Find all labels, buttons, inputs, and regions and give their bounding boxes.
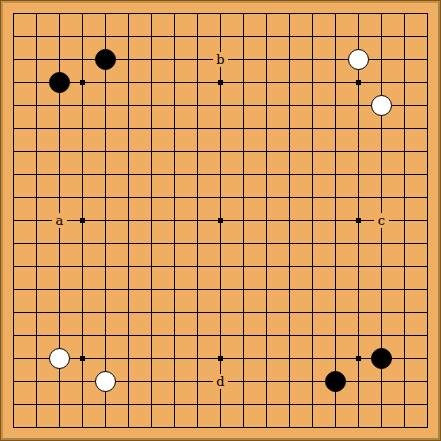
point-G13[interactable] — [140, 140, 163, 163]
point-L4[interactable] — [232, 347, 255, 370]
white-stone[interactable] — [95, 371, 116, 392]
point-L2[interactable] — [232, 393, 255, 416]
point-P2[interactable] — [324, 393, 347, 416]
point-G4[interactable] — [140, 347, 163, 370]
point-C6[interactable] — [48, 301, 71, 324]
point-Q8[interactable] — [347, 255, 370, 278]
point-F3[interactable] — [117, 370, 140, 393]
point-C13[interactable] — [48, 140, 71, 163]
point-H6[interactable] — [163, 301, 186, 324]
point-D19[interactable] — [71, 2, 94, 25]
point-O11[interactable] — [301, 186, 324, 209]
point-H5[interactable] — [163, 324, 186, 347]
point-M9[interactable] — [255, 232, 278, 255]
point-S11[interactable] — [393, 186, 416, 209]
point-G19[interactable] — [140, 2, 163, 25]
point-D15[interactable] — [71, 94, 94, 117]
point-B2[interactable] — [25, 393, 48, 416]
point-J12[interactable] — [186, 163, 209, 186]
point-T6[interactable] — [416, 301, 439, 324]
point-B7[interactable] — [25, 278, 48, 301]
point-B12[interactable] — [25, 163, 48, 186]
point-N9[interactable] — [278, 232, 301, 255]
point-D8[interactable] — [71, 255, 94, 278]
point-O6[interactable] — [301, 301, 324, 324]
point-G8[interactable] — [140, 255, 163, 278]
point-B5[interactable] — [25, 324, 48, 347]
point-A2[interactable] — [2, 393, 25, 416]
point-G5[interactable] — [140, 324, 163, 347]
point-E10[interactable] — [94, 209, 117, 232]
point-J8[interactable] — [186, 255, 209, 278]
point-A8[interactable] — [2, 255, 25, 278]
point-F15[interactable] — [117, 94, 140, 117]
point-C14[interactable] — [48, 117, 71, 140]
point-R11[interactable] — [370, 186, 393, 209]
point-H7[interactable] — [163, 278, 186, 301]
point-T1[interactable] — [416, 416, 439, 439]
point-G18[interactable] — [140, 25, 163, 48]
point-J19[interactable] — [186, 2, 209, 25]
point-K18[interactable] — [209, 25, 232, 48]
point-C1[interactable] — [48, 416, 71, 439]
point-D12[interactable] — [71, 163, 94, 186]
point-R4[interactable] — [370, 347, 393, 370]
point-F4[interactable] — [117, 347, 140, 370]
point-A9[interactable] — [2, 232, 25, 255]
point-H8[interactable] — [163, 255, 186, 278]
point-K12[interactable] — [209, 163, 232, 186]
point-M18[interactable] — [255, 25, 278, 48]
point-R17[interactable] — [370, 48, 393, 71]
point-J3[interactable] — [186, 370, 209, 393]
point-S18[interactable] — [393, 25, 416, 48]
point-T13[interactable] — [416, 140, 439, 163]
point-B16[interactable] — [25, 71, 48, 94]
point-Q6[interactable] — [347, 301, 370, 324]
point-Q9[interactable] — [347, 232, 370, 255]
point-Q10[interactable] — [347, 209, 370, 232]
point-J1[interactable] — [186, 416, 209, 439]
point-M6[interactable] — [255, 301, 278, 324]
point-H1[interactable] — [163, 416, 186, 439]
point-P15[interactable] — [324, 94, 347, 117]
point-O2[interactable] — [301, 393, 324, 416]
point-L8[interactable] — [232, 255, 255, 278]
point-C4[interactable] — [48, 347, 71, 370]
point-M16[interactable] — [255, 71, 278, 94]
point-J10[interactable] — [186, 209, 209, 232]
point-L5[interactable] — [232, 324, 255, 347]
point-S19[interactable] — [393, 2, 416, 25]
point-S3[interactable] — [393, 370, 416, 393]
point-Q12[interactable] — [347, 163, 370, 186]
point-Q15[interactable] — [347, 94, 370, 117]
point-N3[interactable] — [278, 370, 301, 393]
point-M5[interactable] — [255, 324, 278, 347]
point-R2[interactable] — [370, 393, 393, 416]
point-L1[interactable] — [232, 416, 255, 439]
point-O3[interactable] — [301, 370, 324, 393]
point-E19[interactable] — [94, 2, 117, 25]
point-F1[interactable] — [117, 416, 140, 439]
point-P3[interactable] — [324, 370, 347, 393]
point-S12[interactable] — [393, 163, 416, 186]
black-stone[interactable] — [325, 371, 346, 392]
point-R14[interactable] — [370, 117, 393, 140]
point-S15[interactable] — [393, 94, 416, 117]
point-K10[interactable] — [209, 209, 232, 232]
point-L3[interactable] — [232, 370, 255, 393]
point-J6[interactable] — [186, 301, 209, 324]
point-F18[interactable] — [117, 25, 140, 48]
point-H12[interactable] — [163, 163, 186, 186]
white-stone[interactable] — [371, 95, 392, 116]
point-M8[interactable] — [255, 255, 278, 278]
point-A11[interactable] — [2, 186, 25, 209]
point-A15[interactable] — [2, 94, 25, 117]
point-M4[interactable] — [255, 347, 278, 370]
point-O18[interactable] — [301, 25, 324, 48]
point-G14[interactable] — [140, 117, 163, 140]
point-H17[interactable] — [163, 48, 186, 71]
point-D9[interactable] — [71, 232, 94, 255]
point-P17[interactable] — [324, 48, 347, 71]
point-T15[interactable] — [416, 94, 439, 117]
point-S8[interactable] — [393, 255, 416, 278]
point-O15[interactable] — [301, 94, 324, 117]
point-G9[interactable] — [140, 232, 163, 255]
point-G15[interactable] — [140, 94, 163, 117]
point-N19[interactable] — [278, 2, 301, 25]
point-T3[interactable] — [416, 370, 439, 393]
point-T19[interactable] — [416, 2, 439, 25]
point-J18[interactable] — [186, 25, 209, 48]
point-C15[interactable] — [48, 94, 71, 117]
point-A18[interactable] — [2, 25, 25, 48]
point-T14[interactable] — [416, 117, 439, 140]
point-T8[interactable] — [416, 255, 439, 278]
point-N17[interactable] — [278, 48, 301, 71]
point-M10[interactable] — [255, 209, 278, 232]
point-B18[interactable] — [25, 25, 48, 48]
point-J9[interactable] — [186, 232, 209, 255]
point-C9[interactable] — [48, 232, 71, 255]
point-P13[interactable] — [324, 140, 347, 163]
point-F8[interactable] — [117, 255, 140, 278]
point-A5[interactable] — [2, 324, 25, 347]
point-E3[interactable] — [94, 370, 117, 393]
point-B1[interactable] — [25, 416, 48, 439]
point-P19[interactable] — [324, 2, 347, 25]
point-P18[interactable] — [324, 25, 347, 48]
point-A6[interactable] — [2, 301, 25, 324]
point-D14[interactable] — [71, 117, 94, 140]
point-N10[interactable] — [278, 209, 301, 232]
point-K7[interactable] — [209, 278, 232, 301]
point-G10[interactable] — [140, 209, 163, 232]
point-O8[interactable] — [301, 255, 324, 278]
point-E13[interactable] — [94, 140, 117, 163]
point-P6[interactable] — [324, 301, 347, 324]
point-M11[interactable] — [255, 186, 278, 209]
point-C8[interactable] — [48, 255, 71, 278]
point-R10[interactable]: c — [370, 209, 393, 232]
white-stone[interactable] — [348, 49, 369, 70]
point-F9[interactable] — [117, 232, 140, 255]
point-G2[interactable] — [140, 393, 163, 416]
point-P8[interactable] — [324, 255, 347, 278]
point-R3[interactable] — [370, 370, 393, 393]
point-K11[interactable] — [209, 186, 232, 209]
point-J2[interactable] — [186, 393, 209, 416]
point-C19[interactable] — [48, 2, 71, 25]
point-D16[interactable] — [71, 71, 94, 94]
point-R15[interactable] — [370, 94, 393, 117]
point-K15[interactable] — [209, 94, 232, 117]
point-B17[interactable] — [25, 48, 48, 71]
point-G7[interactable] — [140, 278, 163, 301]
point-T16[interactable] — [416, 71, 439, 94]
point-S6[interactable] — [393, 301, 416, 324]
point-S5[interactable] — [393, 324, 416, 347]
point-Q7[interactable] — [347, 278, 370, 301]
point-N15[interactable] — [278, 94, 301, 117]
point-J4[interactable] — [186, 347, 209, 370]
point-N13[interactable] — [278, 140, 301, 163]
point-A14[interactable] — [2, 117, 25, 140]
point-O5[interactable] — [301, 324, 324, 347]
point-Q4[interactable] — [347, 347, 370, 370]
point-K19[interactable] — [209, 2, 232, 25]
point-N8[interactable] — [278, 255, 301, 278]
point-M14[interactable] — [255, 117, 278, 140]
point-D6[interactable] — [71, 301, 94, 324]
point-G16[interactable] — [140, 71, 163, 94]
point-Q19[interactable] — [347, 2, 370, 25]
point-Q5[interactable] — [347, 324, 370, 347]
point-S16[interactable] — [393, 71, 416, 94]
point-N18[interactable] — [278, 25, 301, 48]
point-S2[interactable] — [393, 393, 416, 416]
point-H18[interactable] — [163, 25, 186, 48]
black-stone[interactable] — [49, 72, 70, 93]
point-J5[interactable] — [186, 324, 209, 347]
point-B19[interactable] — [25, 2, 48, 25]
point-L19[interactable] — [232, 2, 255, 25]
point-A3[interactable] — [2, 370, 25, 393]
point-A17[interactable] — [2, 48, 25, 71]
point-K3[interactable]: d — [209, 370, 232, 393]
point-L9[interactable] — [232, 232, 255, 255]
point-T2[interactable] — [416, 393, 439, 416]
point-T12[interactable] — [416, 163, 439, 186]
point-T18[interactable] — [416, 25, 439, 48]
point-C18[interactable] — [48, 25, 71, 48]
point-H9[interactable] — [163, 232, 186, 255]
point-O17[interactable] — [301, 48, 324, 71]
point-B9[interactable] — [25, 232, 48, 255]
point-P10[interactable] — [324, 209, 347, 232]
point-K5[interactable] — [209, 324, 232, 347]
point-M17[interactable] — [255, 48, 278, 71]
point-C10[interactable]: a — [48, 209, 71, 232]
point-N5[interactable] — [278, 324, 301, 347]
point-E14[interactable] — [94, 117, 117, 140]
point-B13[interactable] — [25, 140, 48, 163]
white-stone[interactable] — [49, 348, 70, 369]
point-B10[interactable] — [25, 209, 48, 232]
point-B11[interactable] — [25, 186, 48, 209]
point-J13[interactable] — [186, 140, 209, 163]
point-H4[interactable] — [163, 347, 186, 370]
point-S7[interactable] — [393, 278, 416, 301]
point-P9[interactable] — [324, 232, 347, 255]
point-R8[interactable] — [370, 255, 393, 278]
point-M7[interactable] — [255, 278, 278, 301]
point-C3[interactable] — [48, 370, 71, 393]
point-J17[interactable] — [186, 48, 209, 71]
point-R5[interactable] — [370, 324, 393, 347]
point-D17[interactable] — [71, 48, 94, 71]
point-F19[interactable] — [117, 2, 140, 25]
point-N7[interactable] — [278, 278, 301, 301]
point-C16[interactable] — [48, 71, 71, 94]
point-H2[interactable] — [163, 393, 186, 416]
point-D2[interactable] — [71, 393, 94, 416]
point-J11[interactable] — [186, 186, 209, 209]
point-T4[interactable] — [416, 347, 439, 370]
point-T17[interactable] — [416, 48, 439, 71]
point-N6[interactable] — [278, 301, 301, 324]
point-Q14[interactable] — [347, 117, 370, 140]
point-C5[interactable] — [48, 324, 71, 347]
point-A12[interactable] — [2, 163, 25, 186]
point-P12[interactable] — [324, 163, 347, 186]
point-L18[interactable] — [232, 25, 255, 48]
point-L15[interactable] — [232, 94, 255, 117]
point-K17[interactable]: b — [209, 48, 232, 71]
point-F5[interactable] — [117, 324, 140, 347]
point-O4[interactable] — [301, 347, 324, 370]
point-B14[interactable] — [25, 117, 48, 140]
point-T10[interactable] — [416, 209, 439, 232]
point-D10[interactable] — [71, 209, 94, 232]
point-P11[interactable] — [324, 186, 347, 209]
point-E12[interactable] — [94, 163, 117, 186]
point-J14[interactable] — [186, 117, 209, 140]
point-Q17[interactable] — [347, 48, 370, 71]
point-A10[interactable] — [2, 209, 25, 232]
point-O1[interactable] — [301, 416, 324, 439]
point-D4[interactable] — [71, 347, 94, 370]
point-S13[interactable] — [393, 140, 416, 163]
point-E5[interactable] — [94, 324, 117, 347]
point-K9[interactable] — [209, 232, 232, 255]
point-G6[interactable] — [140, 301, 163, 324]
point-M15[interactable] — [255, 94, 278, 117]
point-N1[interactable] — [278, 416, 301, 439]
point-H10[interactable] — [163, 209, 186, 232]
point-C11[interactable] — [48, 186, 71, 209]
point-E11[interactable] — [94, 186, 117, 209]
point-F14[interactable] — [117, 117, 140, 140]
point-D13[interactable] — [71, 140, 94, 163]
point-R6[interactable] — [370, 301, 393, 324]
point-F17[interactable] — [117, 48, 140, 71]
point-G1[interactable] — [140, 416, 163, 439]
point-E4[interactable] — [94, 347, 117, 370]
point-B15[interactable] — [25, 94, 48, 117]
point-F16[interactable] — [117, 71, 140, 94]
point-T9[interactable] — [416, 232, 439, 255]
point-Q11[interactable] — [347, 186, 370, 209]
point-K16[interactable] — [209, 71, 232, 94]
point-P14[interactable] — [324, 117, 347, 140]
point-F13[interactable] — [117, 140, 140, 163]
point-R18[interactable] — [370, 25, 393, 48]
point-A7[interactable] — [2, 278, 25, 301]
point-A4[interactable] — [2, 347, 25, 370]
point-L6[interactable] — [232, 301, 255, 324]
point-P5[interactable] — [324, 324, 347, 347]
point-A16[interactable] — [2, 71, 25, 94]
point-F2[interactable] — [117, 393, 140, 416]
point-N12[interactable] — [278, 163, 301, 186]
point-E9[interactable] — [94, 232, 117, 255]
point-D5[interactable] — [71, 324, 94, 347]
black-stone[interactable] — [95, 49, 116, 70]
point-K14[interactable] — [209, 117, 232, 140]
point-R7[interactable] — [370, 278, 393, 301]
point-E16[interactable] — [94, 71, 117, 94]
point-D11[interactable] — [71, 186, 94, 209]
point-Q2[interactable] — [347, 393, 370, 416]
point-T5[interactable] — [416, 324, 439, 347]
point-L17[interactable] — [232, 48, 255, 71]
point-G11[interactable] — [140, 186, 163, 209]
point-N2[interactable] — [278, 393, 301, 416]
point-M12[interactable] — [255, 163, 278, 186]
point-L16[interactable] — [232, 71, 255, 94]
point-N4[interactable] — [278, 347, 301, 370]
point-K2[interactable] — [209, 393, 232, 416]
point-C12[interactable] — [48, 163, 71, 186]
point-N16[interactable] — [278, 71, 301, 94]
point-D1[interactable] — [71, 416, 94, 439]
point-R1[interactable] — [370, 416, 393, 439]
point-O9[interactable] — [301, 232, 324, 255]
point-P1[interactable] — [324, 416, 347, 439]
point-G17[interactable] — [140, 48, 163, 71]
point-K13[interactable] — [209, 140, 232, 163]
point-P16[interactable] — [324, 71, 347, 94]
point-E2[interactable] — [94, 393, 117, 416]
point-S14[interactable] — [393, 117, 416, 140]
point-M2[interactable] — [255, 393, 278, 416]
point-O7[interactable] — [301, 278, 324, 301]
point-S10[interactable] — [393, 209, 416, 232]
point-N11[interactable] — [278, 186, 301, 209]
point-L13[interactable] — [232, 140, 255, 163]
point-S4[interactable] — [393, 347, 416, 370]
point-L7[interactable] — [232, 278, 255, 301]
point-H13[interactable] — [163, 140, 186, 163]
point-B3[interactable] — [25, 370, 48, 393]
point-O14[interactable] — [301, 117, 324, 140]
point-K6[interactable] — [209, 301, 232, 324]
point-S9[interactable] — [393, 232, 416, 255]
